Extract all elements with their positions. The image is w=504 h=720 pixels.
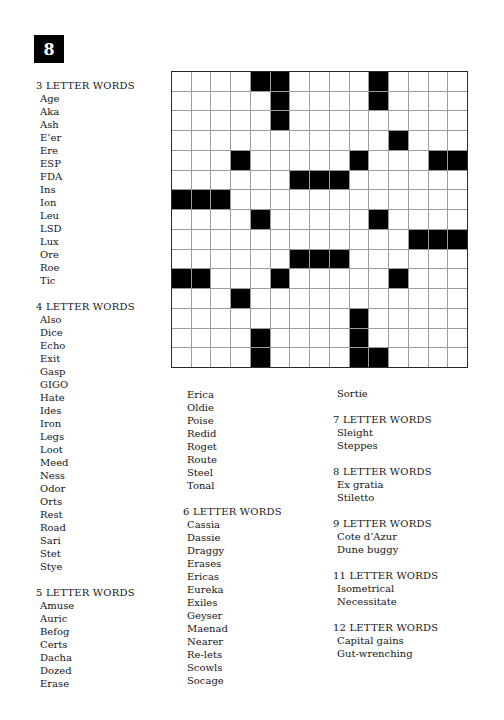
- grid-cell[interactable]: [172, 111, 191, 130]
- word-item: Aka: [40, 105, 135, 118]
- grid-cell-black: [330, 250, 349, 269]
- grid-cell[interactable]: [389, 92, 408, 111]
- grid-cell-black: [251, 329, 270, 348]
- grid-cell[interactable]: [429, 92, 448, 111]
- grid-cell[interactable]: [172, 289, 191, 308]
- grid-cell[interactable]: [231, 230, 250, 249]
- grid-cell[interactable]: [310, 269, 329, 288]
- grid-cell[interactable]: [350, 190, 369, 209]
- word-item: Loot: [40, 443, 135, 456]
- grid-cell[interactable]: [251, 131, 270, 150]
- word-item: Auric: [40, 612, 135, 625]
- grid-cell[interactable]: [389, 289, 408, 308]
- word-item: Steppes: [337, 439, 438, 452]
- grid-cell[interactable]: [429, 269, 448, 288]
- word-item: Dacha: [40, 651, 135, 664]
- word-list: Cote d’AzurDune buggy: [333, 530, 438, 556]
- word-list-section: Sortie: [333, 387, 438, 400]
- grid-cell-black: [429, 151, 448, 170]
- word-list-section: 7 LETTER WORDSSleightSteppes: [333, 413, 438, 452]
- word-item: Iron: [40, 417, 135, 430]
- grid-cell[interactable]: [369, 190, 388, 209]
- grid-cell[interactable]: [192, 151, 211, 170]
- grid-cell-black: [231, 151, 250, 170]
- grid-cell[interactable]: [448, 72, 467, 91]
- grid-cell[interactable]: [192, 92, 211, 111]
- grid-cell[interactable]: [211, 289, 230, 308]
- grid-cell-black: [330, 171, 349, 190]
- grid-cell[interactable]: [448, 92, 467, 111]
- grid-cell[interactable]: [290, 348, 309, 367]
- grid-cell[interactable]: [231, 329, 250, 348]
- grid-cell-black: [350, 329, 369, 348]
- grid-cell[interactable]: [271, 131, 290, 150]
- word-list-heading: 4 LETTER WORDS: [36, 300, 135, 313]
- grid-cell-black: [271, 269, 290, 288]
- word-item: Route: [187, 453, 282, 466]
- grid-cell[interactable]: [231, 171, 250, 190]
- word-item: Geyser: [187, 609, 282, 622]
- word-item: LSD: [40, 222, 135, 235]
- grid-cell[interactable]: [290, 92, 309, 111]
- grid-cell[interactable]: [251, 111, 270, 130]
- grid-cell[interactable]: [251, 190, 270, 209]
- grid-cell[interactable]: [389, 190, 408, 209]
- grid-cell[interactable]: [271, 309, 290, 328]
- word-list: IsometricalNecessitate: [333, 582, 438, 608]
- word-item: Stet: [40, 547, 135, 560]
- word-item: Odor: [40, 482, 135, 495]
- grid-cell[interactable]: [290, 309, 309, 328]
- grid-cell[interactable]: [369, 151, 388, 170]
- grid-cell[interactable]: [310, 111, 329, 130]
- grid-cell[interactable]: [429, 190, 448, 209]
- word-item: Echo: [40, 339, 135, 352]
- grid-cell[interactable]: [251, 92, 270, 111]
- word-item: Ins: [40, 183, 135, 196]
- word-item: Also: [40, 313, 135, 326]
- word-item: Gasp: [40, 365, 135, 378]
- word-list: Capital gainsGut-wrenching: [333, 634, 438, 660]
- grid-cell[interactable]: [448, 269, 467, 288]
- word-item: Sortie: [337, 387, 438, 400]
- grid-cell[interactable]: [231, 131, 250, 150]
- word-item: Redid: [187, 427, 282, 440]
- grid-cell[interactable]: [350, 230, 369, 249]
- grid-cell[interactable]: [448, 289, 467, 308]
- grid-cell-black: [211, 190, 230, 209]
- word-list-section: 5 LETTER WORDSAmuseAuricBefogCertsDachaD…: [36, 586, 135, 690]
- grid-cell[interactable]: [350, 131, 369, 150]
- grid-cell-black: [350, 151, 369, 170]
- grid-cell[interactable]: [429, 348, 448, 367]
- grid-cell[interactable]: [389, 72, 408, 91]
- grid-cell[interactable]: [192, 329, 211, 348]
- grid-cell-black: [310, 250, 329, 269]
- grid-cell-black: [290, 171, 309, 190]
- grid-cell[interactable]: [409, 151, 428, 170]
- word-item: Poise: [187, 414, 282, 427]
- grid-cell[interactable]: [369, 131, 388, 150]
- grid-cell[interactable]: [448, 329, 467, 348]
- word-list-column-middle: EricaOldiePoiseRedidRogetRouteSteelTonal…: [183, 388, 282, 687]
- grid-cell[interactable]: [211, 111, 230, 130]
- word-list-column-left: 3 LETTER WORDSAgeAkaAshE’erEreESPFDAInsI…: [36, 79, 135, 690]
- fill-in-grid: [171, 71, 468, 368]
- grid-cell[interactable]: [409, 289, 428, 308]
- grid-cell[interactable]: [330, 190, 349, 209]
- word-item: Roget: [187, 440, 282, 453]
- grid-cell[interactable]: [251, 269, 270, 288]
- grid-cell-black: [369, 92, 388, 111]
- grid-cell[interactable]: [448, 210, 467, 229]
- grid-cell[interactable]: [251, 289, 270, 308]
- grid-cell[interactable]: [310, 230, 329, 249]
- grid-cell[interactable]: [211, 151, 230, 170]
- grid-cell[interactable]: [231, 72, 250, 91]
- grid-cell[interactable]: [192, 72, 211, 91]
- word-item: Dassie: [187, 531, 282, 544]
- grid-cell[interactable]: [330, 151, 349, 170]
- grid-cell[interactable]: [409, 111, 428, 130]
- word-item: Ex gratia: [337, 478, 438, 491]
- grid-cell[interactable]: [389, 309, 408, 328]
- word-item: Road: [40, 521, 135, 534]
- grid-cell[interactable]: [389, 348, 408, 367]
- word-item: Erases: [187, 557, 282, 570]
- grid-cell[interactable]: [231, 190, 250, 209]
- grid-cell-black: [350, 348, 369, 367]
- word-item: Meed: [40, 456, 135, 469]
- word-list-heading: 8 LETTER WORDS: [333, 465, 438, 478]
- word-item: Legs: [40, 430, 135, 443]
- word-item: Certs: [40, 638, 135, 651]
- word-item: GIGO: [40, 378, 135, 391]
- grid-cell[interactable]: [271, 171, 290, 190]
- grid-cell[interactable]: [350, 72, 369, 91]
- grid-cell[interactable]: [409, 131, 428, 150]
- grid-cell[interactable]: [310, 151, 329, 170]
- word-item: Tonal: [187, 479, 282, 492]
- word-item: Hate: [40, 391, 135, 404]
- grid-cell[interactable]: [369, 329, 388, 348]
- grid-cell-black: [271, 111, 290, 130]
- grid-cell[interactable]: [251, 309, 270, 328]
- grid-cell[interactable]: [290, 151, 309, 170]
- grid-cell[interactable]: [350, 250, 369, 269]
- grid-cell[interactable]: [330, 111, 349, 130]
- grid-cell[interactable]: [290, 131, 309, 150]
- word-item: ESP: [40, 157, 135, 170]
- grid-cell[interactable]: [409, 190, 428, 209]
- word-item: Roe: [40, 261, 135, 274]
- grid-cell[interactable]: [409, 309, 428, 328]
- word-list: AlsoDiceEchoExitGaspGIGOHateIdesIronLegs…: [36, 313, 135, 573]
- word-item: Necessitate: [337, 595, 438, 608]
- grid-cell[interactable]: [369, 289, 388, 308]
- grid-cell[interactable]: [448, 309, 467, 328]
- grid-cell-black: [172, 190, 191, 209]
- grid-cell[interactable]: [330, 230, 349, 249]
- grid-cell[interactable]: [211, 269, 230, 288]
- grid-cell[interactable]: [330, 92, 349, 111]
- grid-cell[interactable]: [211, 329, 230, 348]
- grid-cell[interactable]: [429, 171, 448, 190]
- grid-cell[interactable]: [429, 309, 448, 328]
- grid-cell[interactable]: [192, 230, 211, 249]
- word-item: Eureka: [187, 583, 282, 596]
- grid-cell[interactable]: [290, 190, 309, 209]
- grid-cell[interactable]: [211, 309, 230, 328]
- word-list-heading: 5 LETTER WORDS: [36, 586, 135, 599]
- grid-cell[interactable]: [211, 92, 230, 111]
- grid-cell-black: [310, 171, 329, 190]
- grid-cell[interactable]: [251, 250, 270, 269]
- grid-cell[interactable]: [310, 348, 329, 367]
- grid-cell[interactable]: [429, 289, 448, 308]
- grid-cell[interactable]: [350, 269, 369, 288]
- word-item: Ore: [40, 248, 135, 261]
- grid-cell[interactable]: [172, 210, 191, 229]
- grid-cell[interactable]: [192, 131, 211, 150]
- grid-cell[interactable]: [389, 250, 408, 269]
- grid-cell[interactable]: [271, 210, 290, 229]
- grid-cell[interactable]: [172, 131, 191, 150]
- word-item: Rest: [40, 508, 135, 521]
- grid-cell[interactable]: [192, 309, 211, 328]
- grid-cell-black: [251, 348, 270, 367]
- word-item: Steel: [187, 466, 282, 479]
- word-item: Cote d’Azur: [337, 530, 438, 543]
- grid-cell[interactable]: [389, 210, 408, 229]
- grid-cell[interactable]: [211, 250, 230, 269]
- word-item: Orts: [40, 495, 135, 508]
- grid-cell[interactable]: [211, 348, 230, 367]
- grid-cell[interactable]: [409, 329, 428, 348]
- grid-cell[interactable]: [290, 111, 309, 130]
- word-item: Stye: [40, 560, 135, 573]
- word-item: Dozed: [40, 664, 135, 677]
- grid-cell[interactable]: [172, 92, 191, 111]
- grid-cell[interactable]: [409, 210, 428, 229]
- grid-cell[interactable]: [389, 171, 408, 190]
- grid-cell[interactable]: [290, 269, 309, 288]
- word-item: Tic: [40, 274, 135, 287]
- grid-cell[interactable]: [271, 190, 290, 209]
- grid-cell[interactable]: [429, 72, 448, 91]
- grid-cell[interactable]: [310, 131, 329, 150]
- grid-cell[interactable]: [448, 190, 467, 209]
- grid-cell[interactable]: [172, 329, 191, 348]
- grid-cell-black: [448, 230, 467, 249]
- word-item: Stiletto: [337, 491, 438, 504]
- grid-cell[interactable]: [192, 250, 211, 269]
- word-list-heading: 12 LETTER WORDS: [333, 621, 438, 634]
- grid-cell[interactable]: [271, 151, 290, 170]
- grid-cell[interactable]: [429, 210, 448, 229]
- word-item: Scowls: [187, 661, 282, 674]
- grid-cell[interactable]: [231, 309, 250, 328]
- word-list-section: 8 LETTER WORDSEx gratiaStiletto: [333, 465, 438, 504]
- word-list-section: 3 LETTER WORDSAgeAkaAshE’erEreESPFDAInsI…: [36, 79, 135, 287]
- grid-cell[interactable]: [330, 329, 349, 348]
- grid-cell[interactable]: [350, 111, 369, 130]
- grid-cell[interactable]: [211, 171, 230, 190]
- grid-cell[interactable]: [211, 72, 230, 91]
- grid-cell[interactable]: [271, 329, 290, 348]
- grid-cell[interactable]: [231, 111, 250, 130]
- word-list: Sortie: [333, 387, 438, 400]
- grid-cell[interactable]: [231, 210, 250, 229]
- grid-cell[interactable]: [231, 269, 250, 288]
- grid-cell[interactable]: [290, 230, 309, 249]
- grid-cell[interactable]: [350, 210, 369, 229]
- grid-cell-black: [192, 190, 211, 209]
- grid-cell[interactable]: [369, 111, 388, 130]
- puzzle-number: 8: [43, 40, 54, 59]
- grid-cell[interactable]: [369, 250, 388, 269]
- word-list-section: 9 LETTER WORDSCote d’AzurDune buggy: [333, 517, 438, 556]
- grid-cell[interactable]: [330, 269, 349, 288]
- word-item: Ericas: [187, 570, 282, 583]
- grid-cell[interactable]: [251, 230, 270, 249]
- grid-cell[interactable]: [350, 171, 369, 190]
- grid-cell[interactable]: [211, 230, 230, 249]
- word-list-section: 12 LETTER WORDSCapital gainsGut-wrenchin…: [333, 621, 438, 660]
- word-list-section: 6 LETTER WORDSCassiaDassieDraggyErasesEr…: [183, 505, 282, 687]
- grid-cell[interactable]: [369, 269, 388, 288]
- grid-cell[interactable]: [350, 289, 369, 308]
- grid-cell[interactable]: [172, 230, 191, 249]
- grid-cell[interactable]: [310, 92, 329, 111]
- grid-cell[interactable]: [271, 289, 290, 308]
- grid-cell[interactable]: [369, 309, 388, 328]
- word-item: Ness: [40, 469, 135, 482]
- grid-cell-black: [389, 131, 408, 150]
- grid-cell[interactable]: [448, 131, 467, 150]
- grid-cell[interactable]: [192, 210, 211, 229]
- word-item: Cassia: [187, 518, 282, 531]
- word-list-heading: 7 LETTER WORDS: [333, 413, 438, 426]
- grid-cell[interactable]: [172, 72, 191, 91]
- grid-cell-black: [271, 72, 290, 91]
- word-list-heading: 11 LETTER WORDS: [333, 569, 438, 582]
- grid-cell[interactable]: [429, 111, 448, 130]
- grid-cell[interactable]: [192, 171, 211, 190]
- grid-cell-black: [429, 230, 448, 249]
- grid-cell[interactable]: [310, 72, 329, 91]
- grid-cell[interactable]: [330, 348, 349, 367]
- grid-cell[interactable]: [429, 250, 448, 269]
- word-item: Erica: [187, 388, 282, 401]
- grid-cell[interactable]: [448, 111, 467, 130]
- grid-cell[interactable]: [330, 72, 349, 91]
- grid-cell[interactable]: [251, 171, 270, 190]
- word-list-heading: 9 LETTER WORDS: [333, 517, 438, 530]
- grid-cell[interactable]: [310, 289, 329, 308]
- grid-cell[interactable]: [290, 210, 309, 229]
- word-item: Gut-wrenching: [337, 647, 438, 660]
- grid-cell[interactable]: [310, 309, 329, 328]
- grid-cell[interactable]: [409, 269, 428, 288]
- grid-cell[interactable]: [192, 111, 211, 130]
- word-list-section: EricaOldiePoiseRedidRogetRouteSteelTonal: [183, 388, 282, 492]
- word-item: Lux: [40, 235, 135, 248]
- grid-cell[interactable]: [172, 250, 191, 269]
- word-item: Exit: [40, 352, 135, 365]
- grid-cell[interactable]: [389, 111, 408, 130]
- grid-cell[interactable]: [389, 329, 408, 348]
- grid-cell[interactable]: [369, 230, 388, 249]
- grid-cell[interactable]: [172, 151, 191, 170]
- word-item: Dice: [40, 326, 135, 339]
- grid-cell[interactable]: [330, 131, 349, 150]
- grid-cell[interactable]: [448, 250, 467, 269]
- grid-cell[interactable]: [448, 348, 467, 367]
- grid-cell[interactable]: [409, 72, 428, 91]
- grid-cell[interactable]: [290, 72, 309, 91]
- grid-cell[interactable]: [290, 289, 309, 308]
- grid-cell[interactable]: [271, 250, 290, 269]
- word-item: E’er: [40, 131, 135, 144]
- grid-cell[interactable]: [409, 92, 428, 111]
- grid-cell[interactable]: [290, 329, 309, 348]
- grid-cell[interactable]: [409, 348, 428, 367]
- grid-cell[interactable]: [350, 92, 369, 111]
- grid-cell[interactable]: [271, 348, 290, 367]
- grid-cell[interactable]: [231, 250, 250, 269]
- grid-cell[interactable]: [172, 171, 191, 190]
- grid-cell[interactable]: [172, 309, 191, 328]
- grid-cell[interactable]: [172, 348, 191, 367]
- word-item: Leu: [40, 209, 135, 222]
- grid-cell-black: [389, 269, 408, 288]
- grid-cell[interactable]: [409, 250, 428, 269]
- grid-cell[interactable]: [310, 329, 329, 348]
- word-item: Nearer: [187, 635, 282, 648]
- grid-cell[interactable]: [330, 309, 349, 328]
- grid-cell-black: [231, 289, 250, 308]
- grid-cell[interactable]: [231, 348, 250, 367]
- word-list: AgeAkaAshE’erEreESPFDAInsIonLeuLSDLuxOre…: [36, 92, 135, 287]
- grid-cell[interactable]: [310, 190, 329, 209]
- grid-cell[interactable]: [330, 210, 349, 229]
- grid-cell[interactable]: [211, 131, 230, 150]
- grid-cell[interactable]: [231, 92, 250, 111]
- grid-cell[interactable]: [211, 210, 230, 229]
- word-item: Ash: [40, 118, 135, 131]
- grid-cell[interactable]: [429, 329, 448, 348]
- grid-cell[interactable]: [448, 171, 467, 190]
- grid-cell[interactable]: [251, 151, 270, 170]
- grid-cell[interactable]: [192, 348, 211, 367]
- word-item: Erase: [40, 677, 135, 690]
- grid-cell[interactable]: [271, 230, 290, 249]
- grid-cell-black: [251, 210, 270, 229]
- grid-cell[interactable]: [192, 289, 211, 308]
- grid-cell[interactable]: [310, 210, 329, 229]
- grid-cell[interactable]: [429, 131, 448, 150]
- word-item: Dune buggy: [337, 543, 438, 556]
- word-item: Sari: [40, 534, 135, 547]
- word-item: Ion: [40, 196, 135, 209]
- grid-cell[interactable]: [369, 171, 388, 190]
- grid-cell-black: [350, 309, 369, 328]
- grid-cell[interactable]: [330, 289, 349, 308]
- grid-cell[interactable]: [389, 230, 408, 249]
- grid-cell[interactable]: [409, 171, 428, 190]
- grid-cell[interactable]: [389, 151, 408, 170]
